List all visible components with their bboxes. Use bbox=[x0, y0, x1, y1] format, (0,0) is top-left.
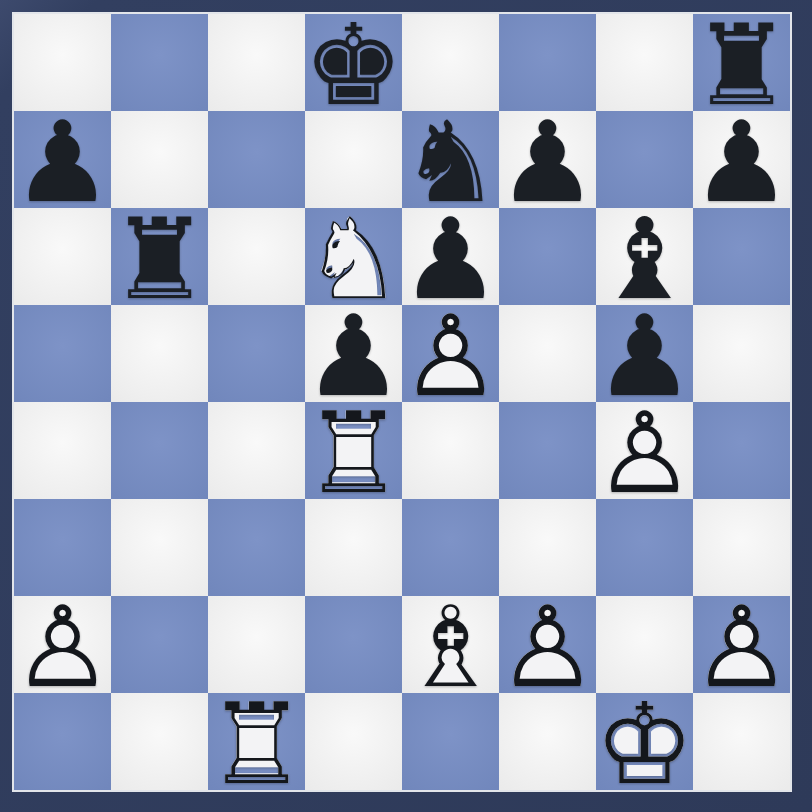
square-f5[interactable] bbox=[499, 305, 596, 402]
square-f1[interactable] bbox=[499, 693, 596, 790]
piece-white-pawn[interactable]: ♟♙ bbox=[14, 596, 111, 693]
white-pawn-outline-icon: ♙ bbox=[693, 598, 790, 695]
square-c8[interactable] bbox=[208, 14, 305, 111]
white-king-outline-icon: ♔ bbox=[596, 695, 693, 792]
white-bishop-outline-icon: ♗ bbox=[402, 598, 499, 695]
square-c5[interactable] bbox=[208, 305, 305, 402]
square-f4[interactable] bbox=[499, 402, 596, 499]
square-a7[interactable]: ♟ bbox=[14, 111, 111, 208]
white-pawn-outline-icon: ♙ bbox=[402, 307, 499, 404]
square-h5[interactable] bbox=[693, 305, 790, 402]
square-c4[interactable] bbox=[208, 402, 305, 499]
square-b4[interactable] bbox=[111, 402, 208, 499]
piece-white-pawn[interactable]: ♟♙ bbox=[499, 596, 596, 693]
black-pawn-icon: ♟ bbox=[693, 113, 790, 210]
chess-board: ♚♜♟♞♟♟♜♞♘♟♝♟♟♙♟♜♖♟♙♟♙♝♗♟♙♟♙♜♖♚♔ bbox=[12, 12, 792, 792]
piece-black-pawn[interactable]: ♟ bbox=[693, 111, 790, 208]
square-e5[interactable]: ♟♙ bbox=[402, 305, 499, 402]
square-c1[interactable]: ♜♖ bbox=[208, 693, 305, 790]
square-b1[interactable] bbox=[111, 693, 208, 790]
square-h6[interactable] bbox=[693, 208, 790, 305]
piece-white-rook[interactable]: ♜♖ bbox=[305, 402, 402, 499]
square-h1[interactable] bbox=[693, 693, 790, 790]
piece-black-rook[interactable]: ♜ bbox=[111, 208, 208, 305]
square-e4[interactable] bbox=[402, 402, 499, 499]
square-d1[interactable] bbox=[305, 693, 402, 790]
white-pawn-outline-icon: ♙ bbox=[596, 404, 693, 501]
black-pawn-icon: ♟ bbox=[14, 113, 111, 210]
piece-white-rook[interactable]: ♜♖ bbox=[208, 693, 305, 790]
piece-white-pawn[interactable]: ♟♙ bbox=[693, 596, 790, 693]
piece-black-pawn[interactable]: ♟ bbox=[14, 111, 111, 208]
white-rook-outline-icon: ♖ bbox=[305, 404, 402, 501]
square-a6[interactable] bbox=[14, 208, 111, 305]
square-h7[interactable]: ♟ bbox=[693, 111, 790, 208]
white-rook-outline-icon: ♖ bbox=[208, 695, 305, 792]
square-g3[interactable] bbox=[596, 499, 693, 596]
square-b6[interactable]: ♜ bbox=[111, 208, 208, 305]
white-pawn-outline-icon: ♙ bbox=[14, 598, 111, 695]
piece-black-pawn[interactable]: ♟ bbox=[499, 111, 596, 208]
black-rook-icon: ♜ bbox=[111, 210, 208, 307]
piece-black-king[interactable]: ♚ bbox=[305, 14, 402, 111]
square-a1[interactable] bbox=[14, 693, 111, 790]
square-f6[interactable] bbox=[499, 208, 596, 305]
square-g4[interactable]: ♟♙ bbox=[596, 402, 693, 499]
square-b5[interactable] bbox=[111, 305, 208, 402]
black-pawn-icon: ♟ bbox=[499, 113, 596, 210]
square-b8[interactable] bbox=[111, 14, 208, 111]
square-d2[interactable] bbox=[305, 596, 402, 693]
square-d8[interactable]: ♚ bbox=[305, 14, 402, 111]
square-c6[interactable] bbox=[208, 208, 305, 305]
square-d4[interactable]: ♜♖ bbox=[305, 402, 402, 499]
piece-white-pawn[interactable]: ♟♙ bbox=[402, 305, 499, 402]
square-b3[interactable] bbox=[111, 499, 208, 596]
square-d3[interactable] bbox=[305, 499, 402, 596]
square-c7[interactable] bbox=[208, 111, 305, 208]
square-g8[interactable] bbox=[596, 14, 693, 111]
black-king-icon: ♚ bbox=[305, 16, 402, 113]
square-a5[interactable] bbox=[14, 305, 111, 402]
square-e2[interactable]: ♝♗ bbox=[402, 596, 499, 693]
square-c3[interactable] bbox=[208, 499, 305, 596]
square-h2[interactable]: ♟♙ bbox=[693, 596, 790, 693]
piece-white-bishop[interactable]: ♝♗ bbox=[402, 596, 499, 693]
piece-white-pawn[interactable]: ♟♙ bbox=[596, 402, 693, 499]
square-h4[interactable] bbox=[693, 402, 790, 499]
board-frame: ♚♜♟♞♟♟♜♞♘♟♝♟♟♙♟♜♖♟♙♟♙♝♗♟♙♟♙♜♖♚♔ bbox=[12, 12, 792, 792]
square-b2[interactable] bbox=[111, 596, 208, 693]
white-pawn-outline-icon: ♙ bbox=[499, 598, 596, 695]
square-a4[interactable] bbox=[14, 402, 111, 499]
square-a2[interactable]: ♟♙ bbox=[14, 596, 111, 693]
piece-white-king[interactable]: ♚♔ bbox=[596, 693, 693, 790]
square-f7[interactable]: ♟ bbox=[499, 111, 596, 208]
square-g1[interactable]: ♚♔ bbox=[596, 693, 693, 790]
square-e1[interactable] bbox=[402, 693, 499, 790]
square-f2[interactable]: ♟♙ bbox=[499, 596, 596, 693]
